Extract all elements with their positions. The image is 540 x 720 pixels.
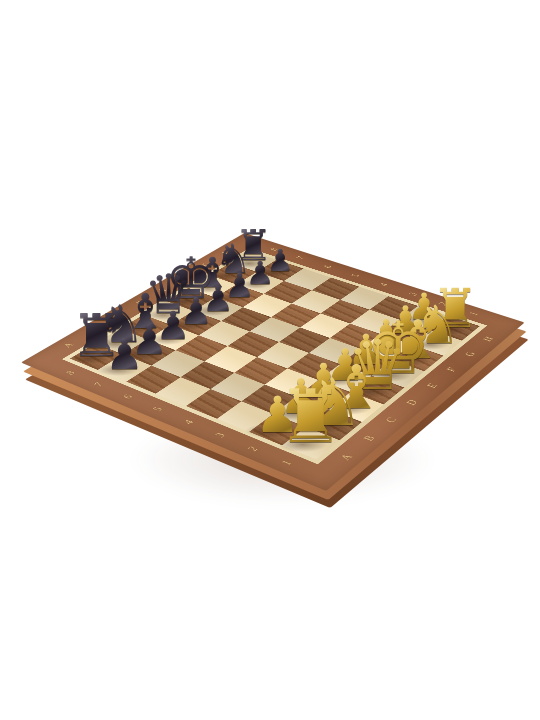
coordinate-label-file-far-c: C — [108, 312, 126, 321]
coordinate-label-file-far-a: A — [59, 340, 78, 349]
coordinate-label-file-near-h: H — [479, 334, 497, 343]
coordinate-label-rank-a-side-2: 2 — [242, 443, 263, 455]
coordinate-label-file-far-b: B — [84, 326, 103, 335]
coordinate-label-rank-h-side-5: 5 — [346, 272, 363, 280]
coordinate-label-file-far-g: G — [198, 261, 215, 268]
coordinate-label-rank-a-side-8: 8 — [60, 368, 80, 378]
coordinate-label-rank-h-side-2: 2 — [434, 300, 452, 308]
coordinate-label-rank-a-side-1: 1 — [275, 457, 296, 469]
coordinate-label-file-near-b: B — [359, 432, 380, 443]
coordinate-label-file-far-h: H — [218, 249, 235, 256]
coordinate-label-rank-h-side-8: 8 — [265, 246, 282, 253]
coordinate-label-file-far-e: E — [155, 285, 173, 293]
coordinate-label-rank-a-side-4: 4 — [178, 416, 199, 427]
product-photo: AA88BB77CC66DD55EE44FF33GG22HH11 ♜♞♝♛♚♝♞… — [0, 0, 540, 720]
coordinate-label-rank-h-side-7: 7 — [292, 254, 309, 261]
coordinate-label-file-near-e: E — [422, 381, 442, 391]
coordinate-label-file-near-c: C — [381, 414, 401, 425]
coordinate-label-rank-h-side-6: 6 — [319, 263, 336, 271]
coordinate-label-rank-h-side-1: 1 — [464, 309, 482, 318]
coordinate-label-file-near-f: F — [442, 365, 461, 375]
coordinate-label-rank-a-side-5: 5 — [147, 404, 167, 415]
coordinate-label-file-far-f: F — [177, 273, 194, 281]
coordinate-label-file-near-d: D — [402, 397, 422, 408]
coordinate-label-file-near-g: G — [461, 349, 480, 358]
coordinate-label-rank-a-side-3: 3 — [209, 429, 230, 440]
coordinate-label-rank-h-side-3: 3 — [404, 290, 421, 298]
coordinate-label-rank-a-side-6: 6 — [117, 391, 137, 401]
coordinate-label-rank-h-side-4: 4 — [375, 281, 392, 289]
coordinate-label-file-far-d: D — [132, 298, 150, 306]
coordinate-label-file-near-a: A — [336, 451, 357, 463]
coordinate-label-rank-a-side-7: 7 — [88, 379, 108, 389]
